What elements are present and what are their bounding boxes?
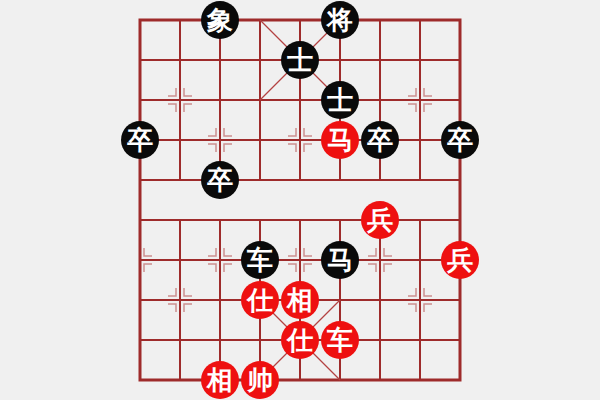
piece-red-horse[interactable]: 马 (321, 121, 359, 159)
piece-black-advisor[interactable]: 士 (321, 81, 359, 119)
piece-black-soldier[interactable]: 卒 (441, 121, 479, 159)
piece-red-advisor[interactable]: 仕 (241, 281, 279, 319)
piece-black-soldier[interactable]: 卒 (121, 121, 159, 159)
piece-red-soldier[interactable]: 兵 (361, 201, 399, 239)
piece-black-general[interactable]: 将 (321, 1, 359, 39)
piece-red-general[interactable]: 帅 (241, 361, 279, 399)
piece-black-elephant[interactable]: 象 (201, 1, 239, 39)
piece-black-advisor[interactable]: 士 (281, 41, 319, 79)
piece-red-elephant[interactable]: 相 (201, 361, 239, 399)
piece-red-soldier[interactable]: 兵 (441, 241, 479, 279)
piece-red-advisor[interactable]: 仕 (281, 321, 319, 359)
piece-black-soldier[interactable]: 卒 (361, 121, 399, 159)
piece-black-horse[interactable]: 马 (321, 241, 359, 279)
piece-black-chariot[interactable]: 车 (241, 241, 279, 279)
xiangqi-board: 象将士士卒马卒卒卒兵车马兵仕相仕车相帅 (0, 0, 600, 400)
piece-red-chariot[interactable]: 车 (321, 321, 359, 359)
piece-black-soldier[interactable]: 卒 (201, 161, 239, 199)
piece-red-elephant[interactable]: 相 (281, 281, 319, 319)
